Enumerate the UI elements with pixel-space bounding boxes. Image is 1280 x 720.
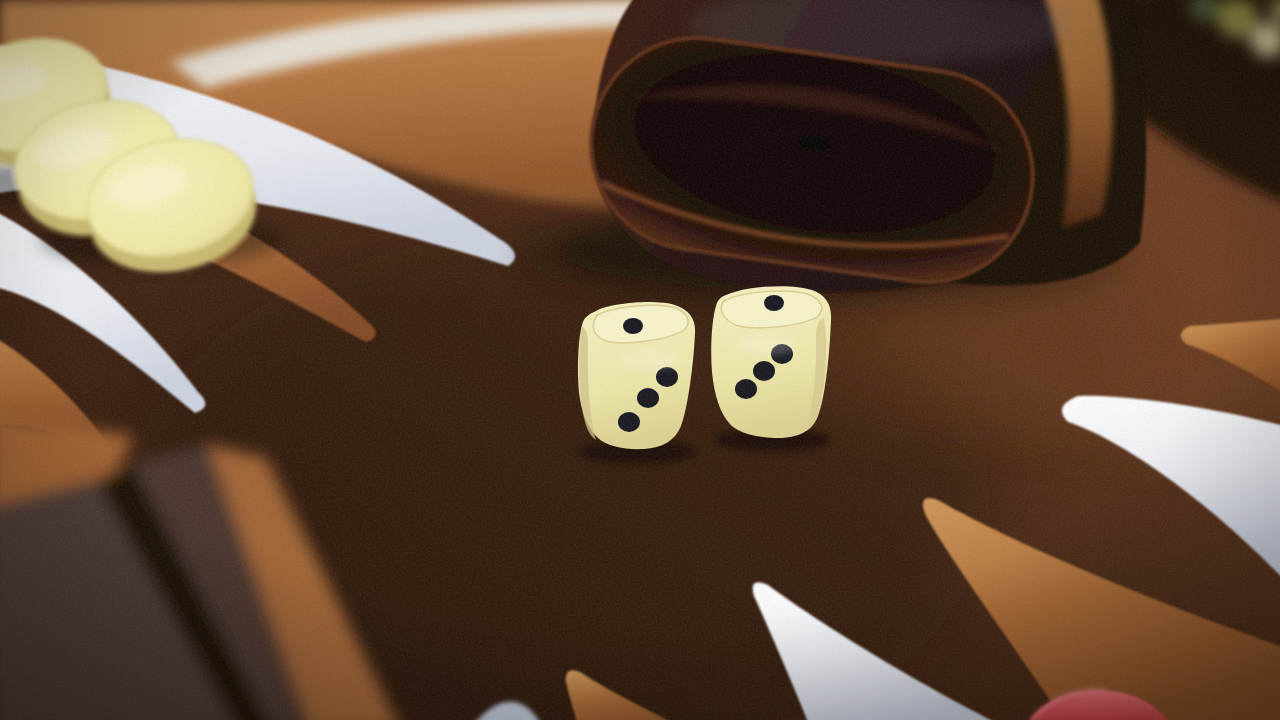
- backgammon-photo: [0, 0, 1280, 720]
- vignette: [0, 0, 1280, 720]
- backgammon-scene: [0, 0, 1280, 720]
